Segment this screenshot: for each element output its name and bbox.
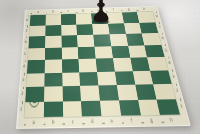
square-a6[interactable] bbox=[29, 36, 46, 48]
square-a4[interactable] bbox=[27, 60, 45, 73]
square-b7[interactable] bbox=[45, 25, 61, 36]
files-bottom-e: e bbox=[102, 118, 123, 126]
files-bottom-d: d bbox=[82, 118, 102, 126]
square-e7[interactable] bbox=[92, 23, 109, 34]
square-d6[interactable] bbox=[77, 35, 94, 47]
square-c5[interactable] bbox=[61, 47, 78, 60]
square-e4[interactable] bbox=[96, 58, 115, 71]
board-grid bbox=[24, 12, 179, 118]
square-c3[interactable] bbox=[62, 72, 80, 86]
files-bottom-a: a bbox=[24, 119, 44, 127]
square-h3[interactable] bbox=[150, 70, 172, 84]
square-e3[interactable] bbox=[97, 71, 117, 85]
square-h4[interactable] bbox=[147, 57, 168, 70]
square-h2[interactable] bbox=[153, 84, 175, 99]
square-e1[interactable] bbox=[100, 100, 121, 116]
square-e2[interactable] bbox=[98, 85, 118, 100]
square-d8[interactable] bbox=[76, 13, 92, 24]
square-b3[interactable] bbox=[44, 72, 62, 86]
knight-logo-icon: ♞ bbox=[31, 97, 37, 105]
files-bottom-b: b bbox=[43, 119, 63, 127]
square-a5[interactable] bbox=[28, 48, 45, 61]
square-b8[interactable] bbox=[45, 14, 61, 25]
black-chess-piece[interactable] bbox=[91, 0, 111, 24]
square-c2[interactable] bbox=[62, 86, 81, 101]
square-d2[interactable] bbox=[80, 85, 100, 100]
square-b2[interactable] bbox=[44, 86, 63, 101]
files-bottom-f: f bbox=[121, 118, 142, 126]
square-c7[interactable] bbox=[61, 24, 77, 35]
piece-silhouette bbox=[94, 0, 109, 22]
square-d7[interactable] bbox=[76, 24, 93, 35]
square-h6[interactable] bbox=[142, 33, 161, 45]
square-c6[interactable] bbox=[61, 35, 78, 47]
square-d5[interactable] bbox=[78, 46, 96, 59]
square-a3[interactable] bbox=[26, 73, 44, 87]
square-b6[interactable] bbox=[45, 36, 61, 48]
carpet-background: abcdefgh abcdefgh 87654321 87654321 ♞ bbox=[0, 0, 200, 134]
square-e6[interactable] bbox=[93, 34, 111, 46]
chessboard: abcdefgh abcdefgh 87654321 87654321 ♞ bbox=[16, 6, 191, 129]
square-e5[interactable] bbox=[94, 46, 112, 59]
square-d4[interactable] bbox=[79, 59, 97, 72]
square-c1[interactable] bbox=[62, 101, 82, 117]
square-d3[interactable] bbox=[79, 72, 98, 86]
file-labels-bottom: abcdefgh bbox=[24, 117, 183, 128]
files-bottom-c: c bbox=[63, 119, 83, 127]
square-h1[interactable] bbox=[157, 99, 180, 115]
square-a7[interactable] bbox=[29, 25, 45, 36]
square-b4[interactable] bbox=[44, 59, 61, 72]
square-d1[interactable] bbox=[81, 100, 101, 116]
square-a8[interactable] bbox=[30, 15, 46, 26]
files-bottom-h: h bbox=[161, 117, 183, 125]
square-b5[interactable] bbox=[45, 47, 62, 60]
square-c4[interactable] bbox=[62, 59, 80, 72]
square-h5[interactable] bbox=[144, 45, 164, 58]
square-h7[interactable] bbox=[139, 22, 158, 33]
files-bottom-g: g bbox=[141, 117, 163, 125]
square-b1[interactable] bbox=[44, 101, 63, 117]
square-h8[interactable] bbox=[137, 12, 155, 23]
square-c8[interactable] bbox=[61, 14, 77, 25]
